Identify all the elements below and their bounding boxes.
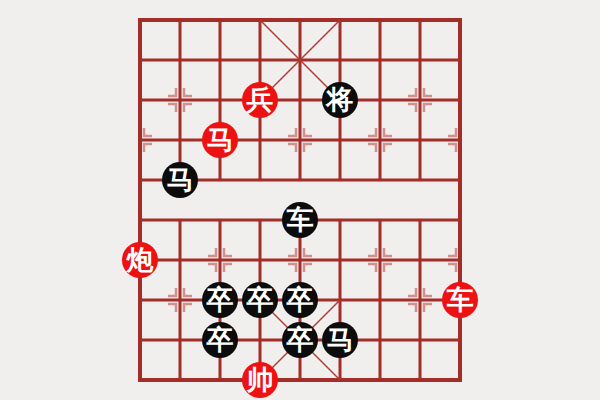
black-general[interactable]: 将 — [322, 82, 358, 118]
red-chariot-glyph: 车 — [447, 287, 474, 314]
board-grid[interactable]: 兵马炮车帅将马车卒卒卒卒卒马 — [120, 0, 480, 400]
red-horse[interactable]: 马 — [202, 122, 238, 158]
black-soldier[interactable]: 卒 — [202, 282, 238, 318]
black-soldier[interactable]: 卒 — [202, 322, 238, 358]
black-horse-glyph: 马 — [327, 327, 354, 354]
black-soldier-glyph: 卒 — [207, 287, 234, 314]
black-soldier[interactable]: 卒 — [282, 322, 318, 358]
xiangqi-board[interactable]: 兵马炮车帅将马车卒卒卒卒卒马 — [0, 0, 600, 400]
red-cannon[interactable]: 炮 — [122, 242, 158, 278]
black-soldier[interactable]: 卒 — [242, 282, 278, 318]
black-horse[interactable]: 马 — [322, 322, 358, 358]
red-soldier-glyph: 兵 — [247, 87, 274, 114]
red-chariot[interactable]: 车 — [442, 282, 478, 318]
red-horse-glyph: 马 — [207, 127, 234, 154]
black-soldier-glyph: 卒 — [247, 287, 274, 314]
black-horse-glyph: 马 — [167, 167, 194, 194]
black-soldier-glyph: 卒 — [287, 327, 314, 354]
black-general-glyph: 将 — [327, 87, 354, 114]
black-chariot-glyph: 车 — [287, 207, 314, 234]
red-general-glyph: 帅 — [247, 367, 274, 394]
black-horse[interactable]: 马 — [162, 162, 198, 198]
red-general[interactable]: 帅 — [242, 362, 278, 398]
red-soldier[interactable]: 兵 — [242, 82, 278, 118]
black-soldier-glyph: 卒 — [287, 287, 314, 314]
red-cannon-glyph: 炮 — [127, 247, 154, 274]
black-chariot[interactable]: 车 — [282, 202, 318, 238]
black-soldier[interactable]: 卒 — [282, 282, 318, 318]
black-soldier-glyph: 卒 — [207, 327, 234, 354]
